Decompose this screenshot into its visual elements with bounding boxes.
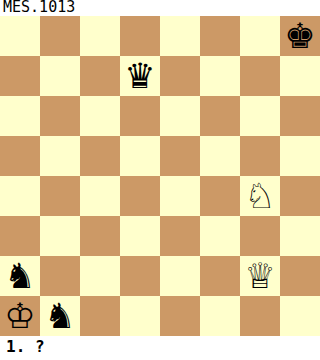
square-f6[interactable]: [200, 96, 240, 136]
square-g4[interactable]: ♘: [240, 176, 280, 216]
square-c4[interactable]: [80, 176, 120, 216]
square-a2[interactable]: ♞: [0, 256, 40, 296]
square-f4[interactable]: [200, 176, 240, 216]
square-b6[interactable]: [40, 96, 80, 136]
piece-white-knight: ♘: [244, 176, 275, 216]
square-d2[interactable]: [120, 256, 160, 296]
square-g2[interactable]: ♕: [240, 256, 280, 296]
square-b7[interactable]: [40, 56, 80, 96]
square-d6[interactable]: [120, 96, 160, 136]
square-e5[interactable]: [160, 136, 200, 176]
square-a4[interactable]: [0, 176, 40, 216]
square-f1[interactable]: [200, 296, 240, 336]
square-e1[interactable]: [160, 296, 200, 336]
square-g7[interactable]: [240, 56, 280, 96]
square-d1[interactable]: [120, 296, 160, 336]
square-g5[interactable]: [240, 136, 280, 176]
square-d7[interactable]: ♛: [120, 56, 160, 96]
square-d4[interactable]: [120, 176, 160, 216]
square-f5[interactable]: [200, 136, 240, 176]
square-c5[interactable]: [80, 136, 120, 176]
square-e2[interactable]: [160, 256, 200, 296]
puzzle-title: MES.1013: [0, 0, 320, 16]
chess-puzzle-page: MES.1013 ♚♛♘♞♕♔♞ 1. ?: [0, 0, 320, 360]
square-f8[interactable]: [200, 16, 240, 56]
square-g8[interactable]: [240, 16, 280, 56]
piece-white-queen: ♕: [244, 256, 275, 296]
square-a5[interactable]: [0, 136, 40, 176]
square-e3[interactable]: [160, 216, 200, 256]
square-a3[interactable]: [0, 216, 40, 256]
square-b8[interactable]: [40, 16, 80, 56]
square-a8[interactable]: [0, 16, 40, 56]
piece-black-knight: ♞: [44, 296, 75, 336]
square-f3[interactable]: [200, 216, 240, 256]
square-e6[interactable]: [160, 96, 200, 136]
square-g1[interactable]: [240, 296, 280, 336]
square-b3[interactable]: [40, 216, 80, 256]
square-a1[interactable]: ♔: [0, 296, 40, 336]
square-c1[interactable]: [80, 296, 120, 336]
square-b5[interactable]: [40, 136, 80, 176]
square-f2[interactable]: [200, 256, 240, 296]
square-c3[interactable]: [80, 216, 120, 256]
square-b4[interactable]: [40, 176, 80, 216]
square-d8[interactable]: [120, 16, 160, 56]
square-c7[interactable]: [80, 56, 120, 96]
square-b2[interactable]: [40, 256, 80, 296]
square-h4[interactable]: [280, 176, 320, 216]
square-c8[interactable]: [80, 16, 120, 56]
square-h3[interactable]: [280, 216, 320, 256]
piece-black-queen: ♛: [124, 56, 155, 96]
square-g6[interactable]: [240, 96, 280, 136]
square-e7[interactable]: [160, 56, 200, 96]
square-d5[interactable]: [120, 136, 160, 176]
piece-black-king: ♚: [284, 16, 315, 56]
square-c2[interactable]: [80, 256, 120, 296]
square-h8[interactable]: ♚: [280, 16, 320, 56]
move-prompt: 1. ?: [0, 336, 320, 360]
square-g3[interactable]: [240, 216, 280, 256]
square-c6[interactable]: [80, 96, 120, 136]
piece-white-king: ♔: [4, 296, 35, 336]
square-f7[interactable]: [200, 56, 240, 96]
square-b1[interactable]: ♞: [40, 296, 80, 336]
square-e4[interactable]: [160, 176, 200, 216]
square-e8[interactable]: [160, 16, 200, 56]
square-h2[interactable]: [280, 256, 320, 296]
square-h5[interactable]: [280, 136, 320, 176]
piece-black-knight: ♞: [4, 256, 35, 296]
square-d3[interactable]: [120, 216, 160, 256]
chess-board: ♚♛♘♞♕♔♞: [0, 16, 320, 336]
square-a6[interactable]: [0, 96, 40, 136]
square-a7[interactable]: [0, 56, 40, 96]
square-h1[interactable]: [280, 296, 320, 336]
square-h7[interactable]: [280, 56, 320, 96]
square-h6[interactable]: [280, 96, 320, 136]
